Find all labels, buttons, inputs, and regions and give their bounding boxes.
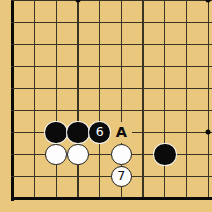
black-stone: 6 xyxy=(89,122,111,144)
black-stone xyxy=(67,122,89,144)
stones-grid: 67A xyxy=(2,0,212,209)
white-stone xyxy=(67,144,89,166)
white-stone xyxy=(45,144,67,166)
stone-move-number: 7 xyxy=(117,170,125,183)
white-stone: 7 xyxy=(111,166,133,188)
go-board[interactable]: 67A xyxy=(0,0,212,212)
point-label-a[interactable]: A xyxy=(111,122,133,144)
stone-move-number: 6 xyxy=(96,126,104,139)
black-stone xyxy=(45,122,67,144)
black-stone xyxy=(154,144,176,166)
white-stone xyxy=(111,144,133,166)
go-board-diagram: 67A xyxy=(0,0,212,212)
